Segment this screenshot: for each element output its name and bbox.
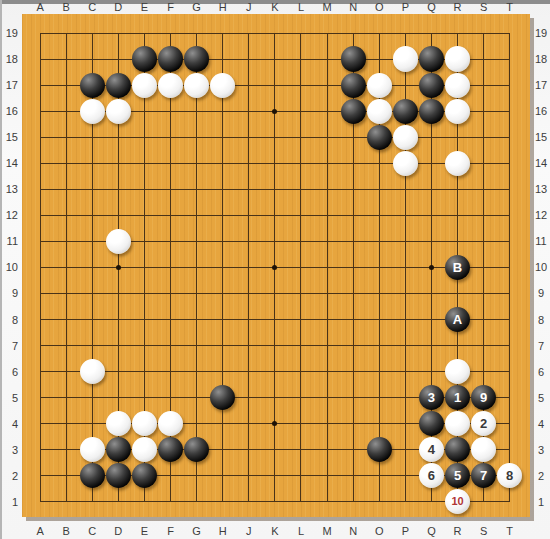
point-F14[interactable] [157,150,183,176]
point-F2[interactable] [157,463,183,489]
point-D13[interactable] [105,176,131,202]
point-P11[interactable] [392,228,418,254]
point-M9[interactable] [314,280,340,306]
point-B2[interactable] [53,463,79,489]
point-N2[interactable] [340,463,366,489]
point-A14[interactable] [27,150,53,176]
point-P16[interactable] [392,98,418,124]
point-P9[interactable] [392,280,418,306]
point-A7[interactable] [27,333,53,359]
point-L1[interactable] [288,489,314,515]
point-T13[interactable] [497,176,523,202]
point-Q18[interactable] [418,46,444,72]
point-D14[interactable] [105,150,131,176]
point-S7[interactable] [471,333,497,359]
point-G10[interactable] [184,254,210,280]
point-A9[interactable] [27,280,53,306]
point-G7[interactable] [184,333,210,359]
point-S1[interactable] [471,489,497,515]
point-E8[interactable] [131,307,157,333]
point-L10[interactable] [288,254,314,280]
point-N18[interactable] [340,46,366,72]
point-L18[interactable] [288,46,314,72]
point-M4[interactable] [314,411,340,437]
point-H6[interactable] [210,359,236,385]
point-S13[interactable] [471,176,497,202]
point-G5[interactable] [184,385,210,411]
point-J5[interactable] [236,385,262,411]
point-H8[interactable] [210,307,236,333]
point-F12[interactable] [157,202,183,228]
point-K1[interactable] [262,489,288,515]
point-O4[interactable] [366,411,392,437]
point-C9[interactable] [79,280,105,306]
point-E2[interactable] [131,463,157,489]
point-N11[interactable] [340,228,366,254]
point-T17[interactable] [497,72,523,98]
point-A2[interactable] [27,463,53,489]
point-L11[interactable] [288,228,314,254]
point-O5[interactable] [366,385,392,411]
point-S11[interactable] [471,228,497,254]
point-H3[interactable] [210,437,236,463]
point-O8[interactable] [366,307,392,333]
point-Q5[interactable]: 3 [418,385,444,411]
point-L16[interactable] [288,98,314,124]
point-T1[interactable] [497,489,523,515]
point-C2[interactable] [79,463,105,489]
point-C8[interactable] [79,307,105,333]
point-F11[interactable] [157,228,183,254]
point-B3[interactable] [53,437,79,463]
point-M19[interactable] [314,20,340,46]
point-L7[interactable] [288,333,314,359]
point-A4[interactable] [27,411,53,437]
point-E16[interactable] [131,98,157,124]
point-H13[interactable] [210,176,236,202]
point-J11[interactable] [236,228,262,254]
point-H5[interactable] [210,385,236,411]
point-H17[interactable] [210,72,236,98]
point-P19[interactable] [392,20,418,46]
point-K14[interactable] [262,150,288,176]
point-M18[interactable] [314,46,340,72]
point-R9[interactable] [445,280,471,306]
point-P13[interactable] [392,176,418,202]
point-R12[interactable] [445,202,471,228]
point-Q9[interactable] [418,280,444,306]
point-K12[interactable] [262,202,288,228]
point-H4[interactable] [210,411,236,437]
point-R13[interactable] [445,176,471,202]
point-G14[interactable] [184,150,210,176]
point-O2[interactable] [366,463,392,489]
point-J15[interactable] [236,124,262,150]
point-G1[interactable] [184,489,210,515]
point-N3[interactable] [340,437,366,463]
point-B4[interactable] [53,411,79,437]
point-P5[interactable] [392,385,418,411]
point-N17[interactable] [340,72,366,98]
point-F4[interactable] [157,411,183,437]
point-R3[interactable] [445,437,471,463]
point-T11[interactable] [497,228,523,254]
point-M8[interactable] [314,307,340,333]
point-T7[interactable] [497,333,523,359]
point-C4[interactable] [79,411,105,437]
point-B17[interactable] [53,72,79,98]
point-G8[interactable] [184,307,210,333]
point-C17[interactable] [79,72,105,98]
point-R2[interactable]: 5 [445,463,471,489]
point-D3[interactable] [105,437,131,463]
point-R5[interactable]: 1 [445,385,471,411]
point-F3[interactable] [157,437,183,463]
point-K7[interactable] [262,333,288,359]
point-H9[interactable] [210,280,236,306]
point-F8[interactable] [157,307,183,333]
point-G15[interactable] [184,124,210,150]
point-T19[interactable] [497,20,523,46]
point-J1[interactable] [236,489,262,515]
point-J3[interactable] [236,437,262,463]
point-Q11[interactable] [418,228,444,254]
point-F7[interactable] [157,333,183,359]
point-S12[interactable] [471,202,497,228]
point-N1[interactable] [340,489,366,515]
point-Q3[interactable]: 4 [418,437,444,463]
point-H14[interactable] [210,150,236,176]
point-G19[interactable] [184,20,210,46]
point-D2[interactable] [105,463,131,489]
point-S16[interactable] [471,98,497,124]
point-D8[interactable] [105,307,131,333]
point-P2[interactable] [392,463,418,489]
point-O1[interactable] [366,489,392,515]
point-E9[interactable] [131,280,157,306]
point-J17[interactable] [236,72,262,98]
point-G11[interactable] [184,228,210,254]
point-E3[interactable] [131,437,157,463]
point-O16[interactable] [366,98,392,124]
point-S17[interactable] [471,72,497,98]
point-R11[interactable] [445,228,471,254]
point-Q2[interactable]: 6 [418,463,444,489]
point-P6[interactable] [392,359,418,385]
point-E14[interactable] [131,150,157,176]
point-P4[interactable] [392,411,418,437]
point-Q19[interactable] [418,20,444,46]
point-O7[interactable] [366,333,392,359]
point-D12[interactable] [105,202,131,228]
point-M10[interactable] [314,254,340,280]
point-K13[interactable] [262,176,288,202]
point-L19[interactable] [288,20,314,46]
point-J9[interactable] [236,280,262,306]
point-D11[interactable] [105,228,131,254]
point-O19[interactable] [366,20,392,46]
point-C13[interactable] [79,176,105,202]
point-C19[interactable] [79,20,105,46]
point-M2[interactable] [314,463,340,489]
point-J12[interactable] [236,202,262,228]
point-F6[interactable] [157,359,183,385]
point-A16[interactable] [27,98,53,124]
point-O11[interactable] [366,228,392,254]
point-G18[interactable] [184,46,210,72]
point-T9[interactable] [497,280,523,306]
point-B1[interactable] [53,489,79,515]
point-L6[interactable] [288,359,314,385]
point-R1[interactable]: 10 [445,489,471,515]
point-C5[interactable] [79,385,105,411]
point-R17[interactable] [445,72,471,98]
point-E6[interactable] [131,359,157,385]
point-O3[interactable] [366,437,392,463]
point-B5[interactable] [53,385,79,411]
point-N6[interactable] [340,359,366,385]
point-N5[interactable] [340,385,366,411]
point-B7[interactable] [53,333,79,359]
point-K19[interactable] [262,20,288,46]
point-M16[interactable] [314,98,340,124]
point-C10[interactable] [79,254,105,280]
point-J16[interactable] [236,98,262,124]
point-G16[interactable] [184,98,210,124]
point-P8[interactable] [392,307,418,333]
point-L4[interactable] [288,411,314,437]
point-Q13[interactable] [418,176,444,202]
point-K16[interactable] [262,98,288,124]
point-R14[interactable] [445,150,471,176]
point-D16[interactable] [105,98,131,124]
point-C18[interactable] [79,46,105,72]
point-J14[interactable] [236,150,262,176]
point-E1[interactable] [131,489,157,515]
point-C7[interactable] [79,333,105,359]
point-S9[interactable] [471,280,497,306]
point-L13[interactable] [288,176,314,202]
point-N12[interactable] [340,202,366,228]
point-R16[interactable] [445,98,471,124]
point-R6[interactable] [445,359,471,385]
point-J7[interactable] [236,333,262,359]
point-K11[interactable] [262,228,288,254]
point-B10[interactable] [53,254,79,280]
point-T18[interactable] [497,46,523,72]
point-T14[interactable] [497,150,523,176]
point-A17[interactable] [27,72,53,98]
point-H10[interactable] [210,254,236,280]
point-B8[interactable] [53,307,79,333]
point-E12[interactable] [131,202,157,228]
point-D15[interactable] [105,124,131,150]
point-K4[interactable] [262,411,288,437]
point-R19[interactable] [445,20,471,46]
point-N15[interactable] [340,124,366,150]
point-H16[interactable] [210,98,236,124]
point-P14[interactable] [392,150,418,176]
point-A8[interactable] [27,307,53,333]
point-G12[interactable] [184,202,210,228]
point-N10[interactable] [340,254,366,280]
point-J2[interactable] [236,463,262,489]
point-L3[interactable] [288,437,314,463]
point-P7[interactable] [392,333,418,359]
point-N9[interactable] [340,280,366,306]
point-E17[interactable] [131,72,157,98]
point-O9[interactable] [366,280,392,306]
point-B18[interactable] [53,46,79,72]
point-R18[interactable] [445,46,471,72]
point-F17[interactable] [157,72,183,98]
point-K5[interactable] [262,385,288,411]
point-C12[interactable] [79,202,105,228]
point-L5[interactable] [288,385,314,411]
point-M1[interactable] [314,489,340,515]
point-E15[interactable] [131,124,157,150]
point-H18[interactable] [210,46,236,72]
point-T15[interactable] [497,124,523,150]
point-D17[interactable] [105,72,131,98]
point-A11[interactable] [27,228,53,254]
point-A10[interactable] [27,254,53,280]
point-B16[interactable] [53,98,79,124]
point-T16[interactable] [497,98,523,124]
point-C1[interactable] [79,489,105,515]
point-B12[interactable] [53,202,79,228]
point-A15[interactable] [27,124,53,150]
point-P15[interactable] [392,124,418,150]
point-L8[interactable] [288,307,314,333]
point-N7[interactable] [340,333,366,359]
point-L14[interactable] [288,150,314,176]
point-M11[interactable] [314,228,340,254]
point-C3[interactable] [79,437,105,463]
point-K3[interactable] [262,437,288,463]
point-S15[interactable] [471,124,497,150]
point-A19[interactable] [27,20,53,46]
point-E4[interactable] [131,411,157,437]
point-D7[interactable] [105,333,131,359]
point-M13[interactable] [314,176,340,202]
point-R7[interactable] [445,333,471,359]
point-T4[interactable] [497,411,523,437]
point-S18[interactable] [471,46,497,72]
point-A12[interactable] [27,202,53,228]
point-F16[interactable] [157,98,183,124]
point-H15[interactable] [210,124,236,150]
point-K9[interactable] [262,280,288,306]
point-S3[interactable] [471,437,497,463]
point-A1[interactable] [27,489,53,515]
point-N13[interactable] [340,176,366,202]
point-A5[interactable] [27,385,53,411]
point-N16[interactable] [340,98,366,124]
point-S19[interactable] [471,20,497,46]
point-R15[interactable] [445,124,471,150]
point-D10[interactable] [105,254,131,280]
point-K2[interactable] [262,463,288,489]
point-D9[interactable] [105,280,131,306]
point-O6[interactable] [366,359,392,385]
point-H2[interactable] [210,463,236,489]
point-O12[interactable] [366,202,392,228]
point-F18[interactable] [157,46,183,72]
point-Q7[interactable] [418,333,444,359]
point-P10[interactable] [392,254,418,280]
point-D1[interactable] [105,489,131,515]
point-H1[interactable] [210,489,236,515]
point-O14[interactable] [366,150,392,176]
point-T5[interactable] [497,385,523,411]
point-H19[interactable] [210,20,236,46]
point-O18[interactable] [366,46,392,72]
point-K18[interactable] [262,46,288,72]
point-J13[interactable] [236,176,262,202]
point-F5[interactable] [157,385,183,411]
point-A18[interactable] [27,46,53,72]
point-L2[interactable] [288,463,314,489]
point-F9[interactable] [157,280,183,306]
point-O15[interactable] [366,124,392,150]
point-O17[interactable] [366,72,392,98]
point-M12[interactable] [314,202,340,228]
point-E13[interactable] [131,176,157,202]
point-T6[interactable] [497,359,523,385]
point-S4[interactable]: 2 [471,411,497,437]
point-R8[interactable]: A [445,307,471,333]
point-D4[interactable] [105,411,131,437]
point-D19[interactable] [105,20,131,46]
point-M17[interactable] [314,72,340,98]
point-F10[interactable] [157,254,183,280]
point-S6[interactable] [471,359,497,385]
point-B19[interactable] [53,20,79,46]
point-K10[interactable] [262,254,288,280]
point-L15[interactable] [288,124,314,150]
point-G9[interactable] [184,280,210,306]
point-N14[interactable] [340,150,366,176]
point-P12[interactable] [392,202,418,228]
point-B11[interactable] [53,228,79,254]
point-C11[interactable] [79,228,105,254]
point-B6[interactable] [53,359,79,385]
point-C15[interactable] [79,124,105,150]
point-J10[interactable] [236,254,262,280]
point-G2[interactable] [184,463,210,489]
point-J18[interactable] [236,46,262,72]
point-Q12[interactable] [418,202,444,228]
point-M7[interactable] [314,333,340,359]
point-A13[interactable] [27,176,53,202]
point-C16[interactable] [79,98,105,124]
point-K17[interactable] [262,72,288,98]
point-L17[interactable] [288,72,314,98]
point-Q16[interactable] [418,98,444,124]
point-C14[interactable] [79,150,105,176]
point-G13[interactable] [184,176,210,202]
point-R10[interactable]: B [445,254,471,280]
point-J6[interactable] [236,359,262,385]
point-H11[interactable] [210,228,236,254]
point-Q10[interactable] [418,254,444,280]
point-H7[interactable] [210,333,236,359]
point-T3[interactable] [497,437,523,463]
point-K6[interactable] [262,359,288,385]
point-S8[interactable] [471,307,497,333]
point-S2[interactable]: 7 [471,463,497,489]
